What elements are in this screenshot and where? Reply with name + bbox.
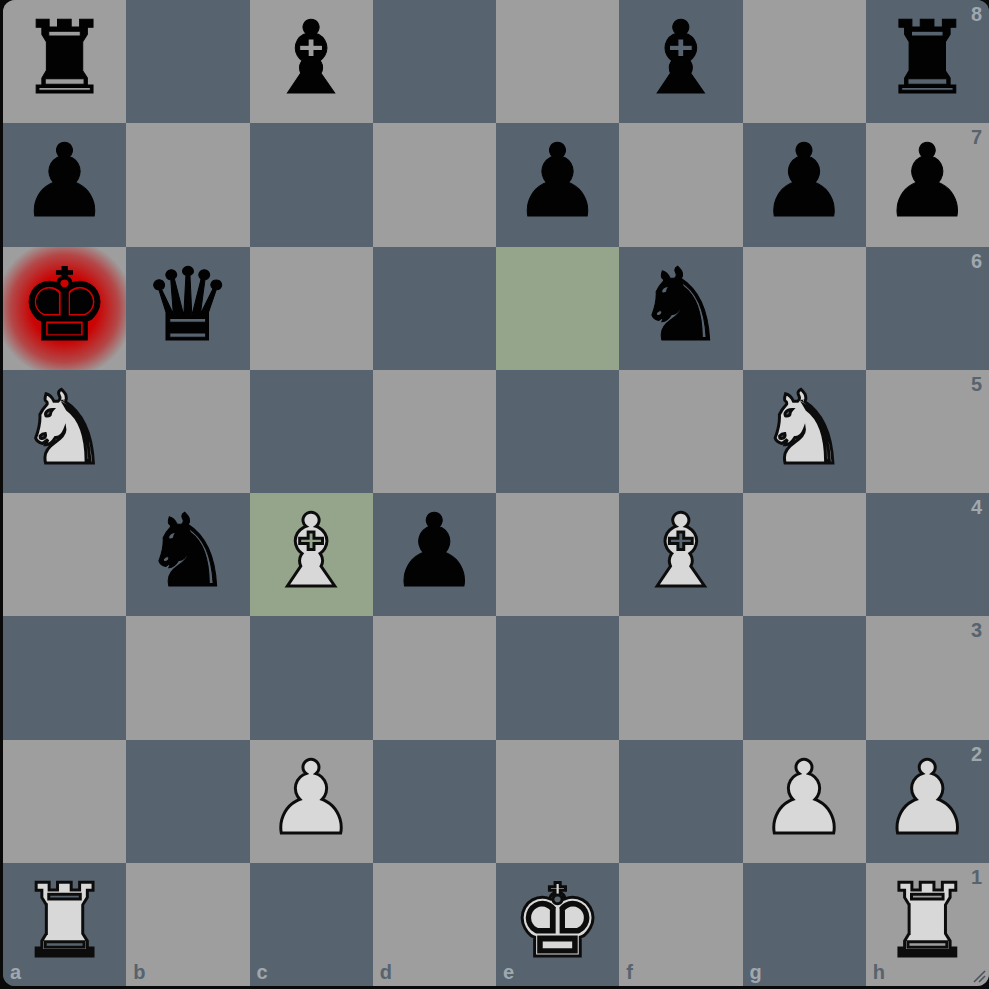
square-c8[interactable]: ♝	[250, 0, 373, 123]
square-h5[interactable]: 5	[866, 370, 989, 493]
square-b8[interactable]	[126, 0, 249, 123]
square-b6[interactable]: ♛	[126, 247, 249, 370]
square-a7[interactable]: ♟	[3, 123, 126, 246]
file-label-f: f	[626, 962, 633, 982]
square-g6[interactable]	[743, 247, 866, 370]
piece-black-bishop[interactable]: ♝	[636, 8, 727, 109]
piece-white-rook[interactable]: ♜	[19, 871, 110, 972]
square-d7[interactable]	[373, 123, 496, 246]
file-label-b: b	[133, 962, 145, 982]
square-f1[interactable]: f	[619, 863, 742, 986]
rank-label-1: 1	[971, 867, 982, 887]
piece-black-pawn[interactable]: ♟	[759, 131, 850, 232]
square-g4[interactable]	[743, 493, 866, 616]
square-g5[interactable]: ♞	[743, 370, 866, 493]
square-g1[interactable]: g	[743, 863, 866, 986]
chess-board-container: ♜♝♝♜8♟♟♟♟7♚♛♞6♞♞5♞♝♟♝43♟♟♟2♜abcd♚efg♜1h	[3, 0, 989, 986]
square-d2[interactable]	[373, 740, 496, 863]
piece-black-knight[interactable]: ♞	[636, 255, 727, 356]
file-label-g: g	[750, 962, 762, 982]
square-b1[interactable]: b	[126, 863, 249, 986]
square-a4[interactable]	[3, 493, 126, 616]
piece-white-pawn[interactable]: ♟	[759, 748, 850, 849]
resize-grip-icon[interactable]	[970, 967, 986, 983]
square-e3[interactable]	[496, 616, 619, 739]
piece-black-rook[interactable]: ♜	[882, 8, 973, 109]
square-c1[interactable]: c	[250, 863, 373, 986]
chess-board: ♜♝♝♜8♟♟♟♟7♚♛♞6♞♞5♞♝♟♝43♟♟♟2♜abcd♚efg♜1h	[3, 0, 989, 986]
square-c7[interactable]	[250, 123, 373, 246]
square-a1[interactable]: ♜a	[3, 863, 126, 986]
square-e1[interactable]: ♚e	[496, 863, 619, 986]
piece-white-bishop[interactable]: ♝	[266, 501, 357, 602]
square-a2[interactable]	[3, 740, 126, 863]
file-label-c: c	[257, 962, 268, 982]
square-d6[interactable]	[373, 247, 496, 370]
square-h2[interactable]: ♟2	[866, 740, 989, 863]
square-b3[interactable]	[126, 616, 249, 739]
piece-white-pawn[interactable]: ♟	[266, 748, 357, 849]
square-e8[interactable]	[496, 0, 619, 123]
square-b7[interactable]	[126, 123, 249, 246]
square-g8[interactable]	[743, 0, 866, 123]
square-h6[interactable]: 6	[866, 247, 989, 370]
rank-label-4: 4	[971, 497, 982, 517]
square-g3[interactable]	[743, 616, 866, 739]
square-d5[interactable]	[373, 370, 496, 493]
piece-white-pawn[interactable]: ♟	[882, 748, 973, 849]
piece-black-pawn[interactable]: ♟	[512, 131, 603, 232]
square-f3[interactable]	[619, 616, 742, 739]
file-label-h: h	[873, 962, 885, 982]
square-c3[interactable]	[250, 616, 373, 739]
square-h4[interactable]: 4	[866, 493, 989, 616]
square-f5[interactable]	[619, 370, 742, 493]
square-e7[interactable]: ♟	[496, 123, 619, 246]
square-c5[interactable]	[250, 370, 373, 493]
rank-label-3: 3	[971, 620, 982, 640]
piece-black-pawn[interactable]: ♟	[19, 131, 110, 232]
piece-white-knight[interactable]: ♞	[19, 378, 110, 479]
piece-black-king[interactable]: ♚	[19, 255, 110, 356]
square-h7[interactable]: ♟7	[866, 123, 989, 246]
square-c6[interactable]	[250, 247, 373, 370]
rank-label-7: 7	[971, 127, 982, 147]
square-a6[interactable]: ♚	[3, 247, 126, 370]
piece-black-bishop[interactable]: ♝	[266, 8, 357, 109]
square-e6[interactable]	[496, 247, 619, 370]
square-h8[interactable]: ♜8	[866, 0, 989, 123]
square-d3[interactable]	[373, 616, 496, 739]
square-a3[interactable]	[3, 616, 126, 739]
square-f7[interactable]	[619, 123, 742, 246]
square-a8[interactable]: ♜	[3, 0, 126, 123]
square-f4[interactable]: ♝	[619, 493, 742, 616]
file-label-a: a	[10, 962, 21, 982]
piece-white-king[interactable]: ♚	[512, 871, 603, 972]
file-label-d: d	[380, 962, 392, 982]
piece-white-bishop[interactable]: ♝	[636, 501, 727, 602]
piece-white-knight[interactable]: ♞	[759, 378, 850, 479]
piece-black-queen[interactable]: ♛	[143, 255, 234, 356]
square-e2[interactable]	[496, 740, 619, 863]
square-e4[interactable]	[496, 493, 619, 616]
square-d1[interactable]: d	[373, 863, 496, 986]
square-d4[interactable]: ♟	[373, 493, 496, 616]
square-c2[interactable]: ♟	[250, 740, 373, 863]
file-label-e: e	[503, 962, 514, 982]
square-b5[interactable]	[126, 370, 249, 493]
square-f6[interactable]: ♞	[619, 247, 742, 370]
piece-black-pawn[interactable]: ♟	[882, 131, 973, 232]
square-g2[interactable]: ♟	[743, 740, 866, 863]
square-f2[interactable]	[619, 740, 742, 863]
square-b4[interactable]: ♞	[126, 493, 249, 616]
square-c4[interactable]: ♝	[250, 493, 373, 616]
square-e5[interactable]	[496, 370, 619, 493]
square-d8[interactable]	[373, 0, 496, 123]
rank-label-2: 2	[971, 744, 982, 764]
square-b2[interactable]	[126, 740, 249, 863]
piece-black-rook[interactable]: ♜	[19, 8, 110, 109]
rank-label-5: 5	[971, 374, 982, 394]
rank-label-6: 6	[971, 251, 982, 271]
piece-white-rook[interactable]: ♜	[882, 871, 973, 972]
square-g7[interactable]: ♟	[743, 123, 866, 246]
piece-black-knight[interactable]: ♞	[143, 501, 234, 602]
rank-label-8: 8	[971, 4, 982, 24]
piece-black-pawn[interactable]: ♟	[389, 501, 480, 602]
square-f8[interactable]: ♝	[619, 0, 742, 123]
square-h3[interactable]: 3	[866, 616, 989, 739]
square-a5[interactable]: ♞	[3, 370, 126, 493]
